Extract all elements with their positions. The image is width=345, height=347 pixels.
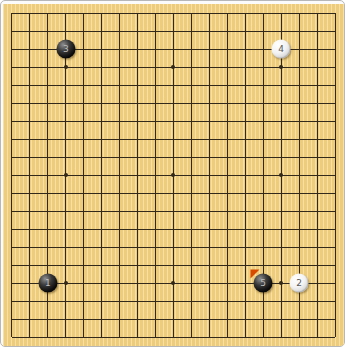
board-cell[interactable] xyxy=(165,40,183,58)
board-cell[interactable] xyxy=(272,112,290,130)
board-cell[interactable] xyxy=(3,256,21,274)
board-cell[interactable] xyxy=(308,184,326,202)
board-cell[interactable]: 4 xyxy=(272,40,290,58)
board-cell[interactable] xyxy=(3,220,21,238)
board-cell[interactable] xyxy=(200,292,218,310)
board-cell[interactable] xyxy=(3,292,21,310)
board-cell[interactable] xyxy=(3,274,21,292)
board-cell[interactable] xyxy=(308,22,326,40)
board-cell[interactable] xyxy=(218,166,236,184)
board-cell[interactable] xyxy=(93,148,111,166)
board-cell[interactable] xyxy=(308,94,326,112)
board-cell[interactable] xyxy=(254,184,272,202)
board-cell[interactable] xyxy=(326,4,344,22)
board-cell[interactable] xyxy=(39,202,57,220)
board-cell[interactable] xyxy=(93,220,111,238)
board-cell[interactable] xyxy=(3,184,21,202)
board-cell[interactable] xyxy=(308,148,326,166)
board-cell[interactable] xyxy=(254,202,272,220)
board-cell[interactable] xyxy=(218,274,236,292)
board-cell[interactable] xyxy=(218,4,236,22)
board-cell[interactable] xyxy=(200,130,218,148)
board-cell[interactable] xyxy=(218,130,236,148)
board-cell[interactable] xyxy=(236,220,254,238)
board-cell[interactable] xyxy=(21,130,39,148)
board-cell[interactable] xyxy=(290,22,308,40)
board-cell[interactable] xyxy=(57,4,75,22)
board-cell[interactable] xyxy=(165,202,183,220)
board-cell[interactable] xyxy=(75,4,93,22)
board-cell[interactable] xyxy=(182,184,200,202)
board-cell[interactable] xyxy=(200,328,218,346)
board-cell[interactable] xyxy=(111,4,129,22)
board-cell[interactable] xyxy=(218,202,236,220)
board-cell[interactable] xyxy=(308,328,326,346)
board-cell[interactable] xyxy=(236,202,254,220)
board-cell[interactable] xyxy=(57,328,75,346)
board-cell[interactable] xyxy=(21,238,39,256)
board-cell[interactable] xyxy=(147,238,165,256)
board-cell[interactable] xyxy=(111,40,129,58)
board-cell[interactable] xyxy=(57,112,75,130)
board-cell[interactable] xyxy=(111,310,129,328)
board-cell[interactable] xyxy=(129,184,147,202)
board-cell[interactable] xyxy=(129,76,147,94)
board-cell[interactable] xyxy=(57,76,75,94)
board-cell[interactable] xyxy=(75,274,93,292)
board-cell[interactable] xyxy=(272,220,290,238)
board-cell-star-point[interactable] xyxy=(57,166,75,184)
board-cell[interactable] xyxy=(272,22,290,40)
board-cell[interactable] xyxy=(200,22,218,40)
board-cell[interactable] xyxy=(200,238,218,256)
board-cell[interactable] xyxy=(218,58,236,76)
board-cell[interactable] xyxy=(111,76,129,94)
board-cell[interactable] xyxy=(3,40,21,58)
board-cell[interactable] xyxy=(75,148,93,166)
board-cell[interactable] xyxy=(326,22,344,40)
board-cell[interactable] xyxy=(290,130,308,148)
board-cell[interactable] xyxy=(236,166,254,184)
board-cell[interactable] xyxy=(200,202,218,220)
board-cell[interactable] xyxy=(236,184,254,202)
board-cell[interactable] xyxy=(308,166,326,184)
board-cell[interactable] xyxy=(200,256,218,274)
board-cell[interactable] xyxy=(21,274,39,292)
board-cell[interactable] xyxy=(165,76,183,94)
board-cell[interactable] xyxy=(308,130,326,148)
board-cell[interactable] xyxy=(147,184,165,202)
board-cell[interactable] xyxy=(272,4,290,22)
board-cell[interactable] xyxy=(182,58,200,76)
board-cell[interactable] xyxy=(111,256,129,274)
board-cell[interactable] xyxy=(147,274,165,292)
board-cell[interactable] xyxy=(182,328,200,346)
board-cell[interactable] xyxy=(182,148,200,166)
board-cell[interactable] xyxy=(326,184,344,202)
board-cell[interactable] xyxy=(308,202,326,220)
board-cell[interactable] xyxy=(308,292,326,310)
board-cell[interactable] xyxy=(21,4,39,22)
board-cell[interactable] xyxy=(272,76,290,94)
board-cell[interactable] xyxy=(3,166,21,184)
board-cell[interactable] xyxy=(39,184,57,202)
board-cell[interactable] xyxy=(147,76,165,94)
board-cell[interactable] xyxy=(57,220,75,238)
board-cell[interactable] xyxy=(290,166,308,184)
board-cell[interactable] xyxy=(93,292,111,310)
board-cell[interactable] xyxy=(111,328,129,346)
board-cell[interactable] xyxy=(290,184,308,202)
board-cell[interactable] xyxy=(3,4,21,22)
board-cell[interactable] xyxy=(129,112,147,130)
board-cell[interactable] xyxy=(272,310,290,328)
board-cell[interactable] xyxy=(21,58,39,76)
board-cell[interactable] xyxy=(21,310,39,328)
board-cell[interactable] xyxy=(111,292,129,310)
board-cell[interactable] xyxy=(165,310,183,328)
board-cell[interactable] xyxy=(111,238,129,256)
board-cell[interactable] xyxy=(254,328,272,346)
board-cell[interactable] xyxy=(57,184,75,202)
board-cell[interactable] xyxy=(290,292,308,310)
board-cell[interactable] xyxy=(254,310,272,328)
board-cell[interactable] xyxy=(39,40,57,58)
board-cell[interactable] xyxy=(254,4,272,22)
board-cell[interactable] xyxy=(147,328,165,346)
board-cell[interactable] xyxy=(254,166,272,184)
board-cell[interactable] xyxy=(57,148,75,166)
board-cell[interactable] xyxy=(39,130,57,148)
board-cell[interactable] xyxy=(21,202,39,220)
board-cell[interactable] xyxy=(326,166,344,184)
board-cell[interactable] xyxy=(75,112,93,130)
board-cell[interactable] xyxy=(290,40,308,58)
board-cell[interactable] xyxy=(57,130,75,148)
board-cell[interactable] xyxy=(147,202,165,220)
board-cell[interactable] xyxy=(236,58,254,76)
board-cell[interactable] xyxy=(272,328,290,346)
board-cell[interactable] xyxy=(129,130,147,148)
board-cell[interactable] xyxy=(182,130,200,148)
board-cell[interactable] xyxy=(93,238,111,256)
board-cell[interactable] xyxy=(21,22,39,40)
board-cell[interactable] xyxy=(290,94,308,112)
board-cell[interactable] xyxy=(3,328,21,346)
board-cell[interactable] xyxy=(272,130,290,148)
board-cell[interactable] xyxy=(129,40,147,58)
board-cell[interactable] xyxy=(75,256,93,274)
board-cell[interactable] xyxy=(75,76,93,94)
board-cell[interactable] xyxy=(75,166,93,184)
board-cell[interactable] xyxy=(218,148,236,166)
board-cell[interactable] xyxy=(129,220,147,238)
board-cell[interactable] xyxy=(75,202,93,220)
board-cell[interactable] xyxy=(75,22,93,40)
board-cell[interactable] xyxy=(93,22,111,40)
board-cell[interactable] xyxy=(75,58,93,76)
board-cell[interactable] xyxy=(165,130,183,148)
board-cell[interactable] xyxy=(236,328,254,346)
board-cell[interactable] xyxy=(290,148,308,166)
board-cell[interactable] xyxy=(3,22,21,40)
board-cell[interactable] xyxy=(21,112,39,130)
board-cell[interactable] xyxy=(290,76,308,94)
board-cell[interactable] xyxy=(200,310,218,328)
board-cell-star-point[interactable] xyxy=(165,274,183,292)
board-cell[interactable] xyxy=(39,310,57,328)
board-cell[interactable] xyxy=(57,292,75,310)
board-cell[interactable] xyxy=(218,94,236,112)
board-cell[interactable] xyxy=(75,130,93,148)
board-cell[interactable] xyxy=(165,4,183,22)
board-cell[interactable] xyxy=(165,22,183,40)
board-cell[interactable] xyxy=(147,292,165,310)
board-cell[interactable] xyxy=(308,4,326,22)
board-cell[interactable] xyxy=(308,238,326,256)
board-cell[interactable] xyxy=(21,76,39,94)
board-cell[interactable] xyxy=(182,292,200,310)
board-cell[interactable] xyxy=(218,256,236,274)
board-cell[interactable] xyxy=(236,22,254,40)
board-cell[interactable] xyxy=(272,94,290,112)
board-cell[interactable]: 1 xyxy=(39,274,57,292)
board-cell[interactable] xyxy=(254,22,272,40)
board-cell[interactable] xyxy=(3,202,21,220)
board-cell[interactable] xyxy=(272,202,290,220)
board-cell[interactable] xyxy=(21,148,39,166)
board-cell[interactable] xyxy=(147,220,165,238)
board-cell[interactable] xyxy=(182,76,200,94)
board-cell[interactable] xyxy=(326,220,344,238)
board-cell[interactable] xyxy=(93,130,111,148)
board-cell[interactable] xyxy=(93,328,111,346)
board-cell[interactable] xyxy=(57,202,75,220)
board-cell[interactable] xyxy=(129,274,147,292)
board-cell[interactable] xyxy=(326,310,344,328)
board-cell[interactable] xyxy=(290,256,308,274)
board-cell[interactable] xyxy=(200,94,218,112)
board-cell[interactable] xyxy=(57,238,75,256)
board-cell[interactable] xyxy=(39,328,57,346)
board-cell[interactable] xyxy=(326,292,344,310)
board-cell[interactable] xyxy=(182,4,200,22)
board-cell[interactable] xyxy=(326,238,344,256)
board-cell[interactable] xyxy=(39,4,57,22)
board-cell[interactable] xyxy=(129,58,147,76)
board-cell[interactable] xyxy=(111,274,129,292)
board-cell[interactable] xyxy=(308,58,326,76)
board-cell[interactable] xyxy=(182,94,200,112)
board-cell[interactable] xyxy=(147,112,165,130)
board-cell[interactable] xyxy=(182,238,200,256)
board-cell[interactable] xyxy=(254,76,272,94)
board-cell[interactable] xyxy=(111,130,129,148)
board-cell[interactable] xyxy=(39,112,57,130)
board-cell[interactable] xyxy=(254,148,272,166)
board-cell[interactable] xyxy=(165,112,183,130)
board-cell[interactable] xyxy=(165,328,183,346)
board-cell[interactable] xyxy=(236,94,254,112)
board-cell[interactable] xyxy=(39,148,57,166)
board-cell[interactable] xyxy=(272,238,290,256)
board-cell[interactable] xyxy=(39,256,57,274)
board-cell[interactable] xyxy=(75,220,93,238)
board-cell[interactable] xyxy=(129,148,147,166)
board-cell[interactable] xyxy=(111,202,129,220)
board-cell[interactable] xyxy=(218,184,236,202)
board-cell[interactable] xyxy=(290,202,308,220)
board-cell[interactable] xyxy=(165,292,183,310)
board-cell[interactable] xyxy=(182,256,200,274)
board-cell[interactable] xyxy=(326,202,344,220)
board-cell[interactable] xyxy=(182,202,200,220)
board-cell[interactable] xyxy=(290,112,308,130)
board-cell[interactable] xyxy=(326,130,344,148)
board-cell[interactable] xyxy=(290,4,308,22)
board-cell[interactable] xyxy=(111,112,129,130)
board-cell[interactable] xyxy=(111,94,129,112)
board-cell[interactable] xyxy=(308,220,326,238)
board-cell[interactable] xyxy=(3,112,21,130)
board-cell[interactable] xyxy=(165,184,183,202)
board-cell[interactable] xyxy=(272,148,290,166)
board-cell[interactable] xyxy=(147,4,165,22)
board-cell[interactable] xyxy=(182,274,200,292)
board-cell[interactable] xyxy=(308,274,326,292)
board-cell[interactable] xyxy=(129,94,147,112)
board-cell[interactable] xyxy=(57,256,75,274)
board-cell[interactable] xyxy=(75,184,93,202)
board-cell[interactable] xyxy=(93,58,111,76)
board-cell[interactable] xyxy=(254,58,272,76)
board-cell[interactable] xyxy=(57,94,75,112)
board-cell[interactable] xyxy=(165,256,183,274)
board-cell[interactable] xyxy=(93,202,111,220)
board-cell[interactable] xyxy=(218,220,236,238)
board-cell[interactable] xyxy=(200,166,218,184)
board-cell[interactable] xyxy=(200,76,218,94)
board-cell-star-point[interactable] xyxy=(165,166,183,184)
board-cell[interactable] xyxy=(3,76,21,94)
board-cell[interactable] xyxy=(254,112,272,130)
board-cell[interactable]: 3 xyxy=(57,40,75,58)
board-cell[interactable] xyxy=(39,220,57,238)
board-cell[interactable] xyxy=(200,148,218,166)
board-cell[interactable] xyxy=(75,292,93,310)
board-cell[interactable] xyxy=(93,76,111,94)
board-cell[interactable] xyxy=(182,40,200,58)
board-cell[interactable] xyxy=(308,112,326,130)
board-cell[interactable] xyxy=(39,292,57,310)
board-cell[interactable] xyxy=(129,292,147,310)
board-cell[interactable] xyxy=(182,22,200,40)
board-cell[interactable] xyxy=(111,58,129,76)
board-cell[interactable] xyxy=(254,130,272,148)
board-cell[interactable] xyxy=(39,238,57,256)
board-cell[interactable] xyxy=(75,238,93,256)
board-cell[interactable] xyxy=(21,40,39,58)
board-cell[interactable] xyxy=(308,310,326,328)
board-cell[interactable] xyxy=(182,220,200,238)
board-cell[interactable] xyxy=(326,76,344,94)
board-cell[interactable] xyxy=(290,220,308,238)
board-cell[interactable] xyxy=(129,22,147,40)
board-cell[interactable] xyxy=(75,328,93,346)
board-cell[interactable] xyxy=(200,40,218,58)
board-cell[interactable] xyxy=(3,148,21,166)
board-cell[interactable] xyxy=(21,166,39,184)
board-cell[interactable] xyxy=(290,238,308,256)
board-cell[interactable] xyxy=(218,112,236,130)
board-cell[interactable] xyxy=(272,256,290,274)
board-cell[interactable] xyxy=(111,220,129,238)
board-cell[interactable] xyxy=(326,58,344,76)
board-cell[interactable] xyxy=(3,130,21,148)
board-cell[interactable] xyxy=(182,310,200,328)
board-cell[interactable] xyxy=(129,4,147,22)
board-cell[interactable] xyxy=(21,256,39,274)
board-cell[interactable] xyxy=(75,94,93,112)
board-cell[interactable] xyxy=(254,238,272,256)
board-cell[interactable] xyxy=(308,256,326,274)
board-cell[interactable] xyxy=(326,148,344,166)
board-cell[interactable] xyxy=(147,310,165,328)
board-cell[interactable] xyxy=(200,274,218,292)
board-cell[interactable] xyxy=(111,148,129,166)
board-cell[interactable] xyxy=(326,256,344,274)
board-cell[interactable] xyxy=(236,292,254,310)
board-cell[interactable] xyxy=(147,58,165,76)
board-cell[interactable] xyxy=(290,310,308,328)
board-cell[interactable] xyxy=(129,238,147,256)
board-cell[interactable] xyxy=(39,22,57,40)
board-cell[interactable] xyxy=(93,184,111,202)
board-cell[interactable] xyxy=(129,256,147,274)
board-cell[interactable] xyxy=(21,292,39,310)
board-cell-star-point[interactable] xyxy=(57,58,75,76)
board-cell[interactable] xyxy=(93,166,111,184)
board-cell[interactable] xyxy=(326,94,344,112)
board-cell[interactable] xyxy=(182,112,200,130)
board-cell[interactable] xyxy=(21,328,39,346)
board-cell[interactable] xyxy=(236,130,254,148)
board-cell[interactable] xyxy=(147,130,165,148)
board-cell[interactable]: 2 xyxy=(290,274,308,292)
board-cell[interactable] xyxy=(236,76,254,94)
board-cell[interactable] xyxy=(272,292,290,310)
board-cell[interactable] xyxy=(39,76,57,94)
board-cell[interactable] xyxy=(236,4,254,22)
board-cell[interactable] xyxy=(290,58,308,76)
board-cell[interactable] xyxy=(272,184,290,202)
board-cell[interactable] xyxy=(165,220,183,238)
board-cell[interactable] xyxy=(129,310,147,328)
board-cell[interactable] xyxy=(218,238,236,256)
board-cell-star-point[interactable] xyxy=(272,274,290,292)
board-cell[interactable] xyxy=(93,310,111,328)
board-cell[interactable] xyxy=(254,40,272,58)
board-cell[interactable] xyxy=(236,148,254,166)
board-cell[interactable] xyxy=(290,328,308,346)
board-cell[interactable] xyxy=(200,58,218,76)
board-cell[interactable] xyxy=(93,4,111,22)
board-cell[interactable] xyxy=(326,112,344,130)
board-cell[interactable] xyxy=(182,166,200,184)
board-cell[interactable] xyxy=(93,40,111,58)
board-cell-star-point[interactable] xyxy=(165,58,183,76)
board-cell[interactable] xyxy=(218,22,236,40)
